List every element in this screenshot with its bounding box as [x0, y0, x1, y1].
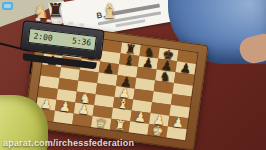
square-f7: ♟: [138, 56, 158, 70]
clock-time-right: 5:36: [71, 36, 91, 47]
video-player-icon: [2, 2, 13, 10]
video-frame: B. ♞ ♜ ♝ 2:00 5:36 ♜♞♚♛♝♟♟♟♟♟♞♟♟♞♝♟♟♟♟♟♟…: [0, 0, 266, 150]
white-pawn: ♟: [74, 102, 95, 118]
square-d1: ♛: [91, 116, 111, 130]
square-h2: ♟: [168, 116, 188, 130]
square-d6: ♟: [99, 62, 119, 76]
white-pawn: ♟: [55, 99, 76, 115]
black-pawn: ♟: [175, 60, 196, 76]
white-pawn: ♟: [130, 109, 151, 125]
clock-display: 2:00 5:36: [28, 28, 97, 51]
black-bishop: ♝: [119, 52, 140, 68]
square-c2: ♟: [74, 102, 94, 116]
captured-white-bishop: ♝: [100, 1, 119, 22]
square-g1: ♚: [148, 124, 168, 138]
watermark-text: aparat.com/irchessfederation: [3, 138, 134, 148]
square-e3: ♝: [113, 97, 133, 111]
square-g6: ♞: [155, 70, 175, 84]
black-knight: ♞: [155, 69, 176, 85]
captured-black-rook: ♜: [47, 1, 64, 20]
white-rook: ♜: [110, 118, 131, 134]
clock-time-left: 2:00: [33, 32, 53, 43]
white-king: ♚: [147, 123, 168, 139]
white-bishop: ♝: [113, 96, 134, 112]
white-queen: ♛: [91, 115, 112, 131]
square-e1: ♜: [110, 119, 130, 133]
white-pawn: ♟: [168, 115, 189, 131]
square-b2: ♟: [55, 100, 75, 114]
square-e7: ♝: [119, 53, 139, 67]
square-h7: ♟: [176, 61, 196, 75]
square-f2: ♟: [130, 110, 150, 124]
black-pawn: ♟: [99, 61, 120, 77]
black-pawn: ♟: [138, 55, 159, 71]
